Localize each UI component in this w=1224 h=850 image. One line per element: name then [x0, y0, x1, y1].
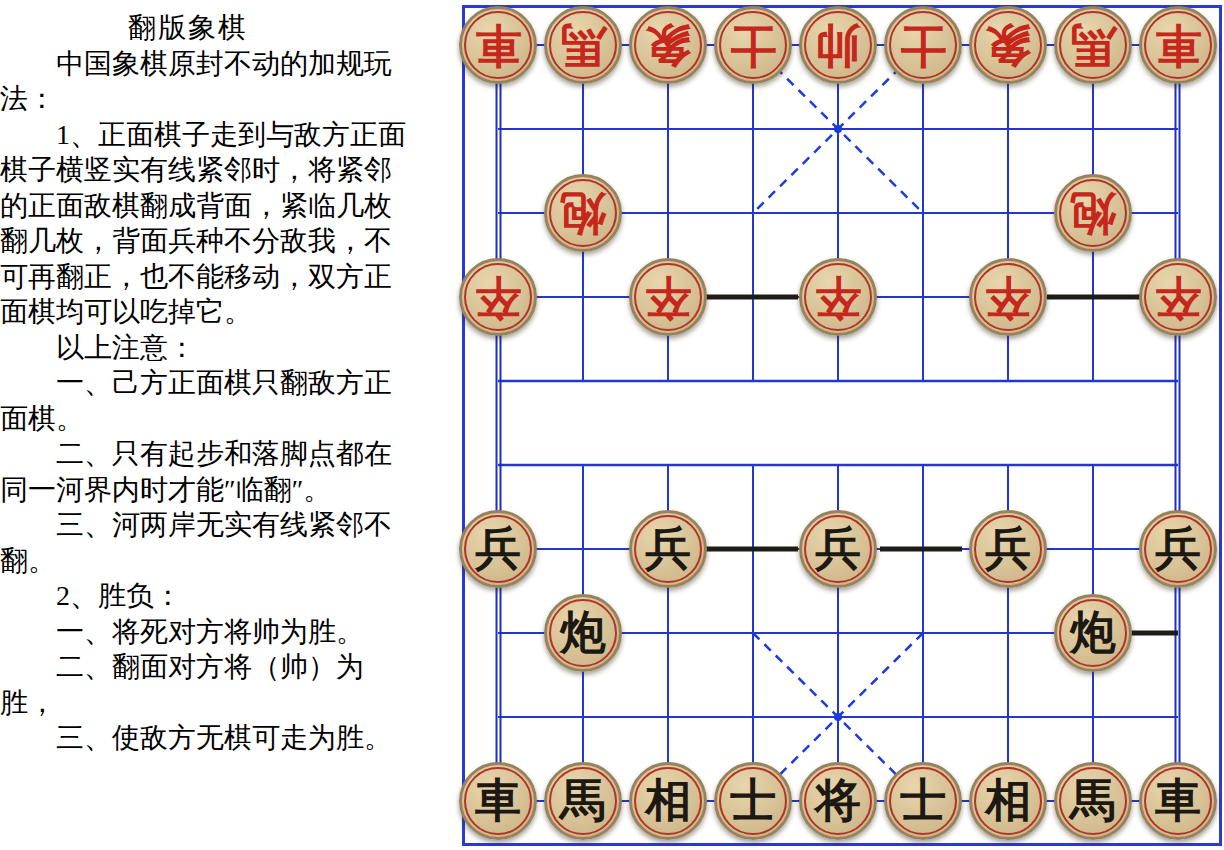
- xiangqi-piece-black[interactable]: 士: [884, 762, 962, 840]
- xiangqi-piece-red[interactable]: 馬: [544, 6, 622, 84]
- piece-glyph: 卒: [1155, 274, 1201, 320]
- piece-glyph: 将: [815, 778, 861, 824]
- xiangqi-piece-black[interactable]: 兵: [969, 510, 1047, 588]
- rule-line: 胜，: [0, 685, 458, 721]
- xiangqi-piece-black[interactable]: 兵: [1139, 510, 1217, 588]
- piece-glyph: 炮: [560, 190, 606, 236]
- rule-line: 翻。: [0, 543, 458, 579]
- xiangqi-piece-red[interactable]: 炮: [1054, 174, 1132, 252]
- xiangqi-piece-red[interactable]: 士: [884, 6, 962, 84]
- rule-line: 同一河界内时才能″临翻″。: [0, 472, 458, 508]
- piece-glyph: 卒: [645, 274, 691, 320]
- piece-glyph: 馬: [1070, 778, 1116, 824]
- piece-glyph: 卒: [815, 274, 861, 320]
- xiangqi-piece-black[interactable]: 炮: [1054, 594, 1132, 672]
- rule-line: 面棋。: [0, 401, 458, 437]
- piece-glyph: 炮: [560, 610, 606, 656]
- rule-line: 中国象棋原封不动的加规玩: [0, 46, 458, 82]
- xiangqi-piece-red[interactable]: 車: [459, 6, 537, 84]
- xiangqi-piece-red[interactable]: 車: [1139, 6, 1217, 84]
- rule-line: 法：: [0, 81, 458, 117]
- rule-line: 以上注意：: [0, 330, 458, 366]
- piece-glyph: 兵: [475, 526, 521, 572]
- rule-line: 三、河两岸无实有线紧邻不: [0, 507, 458, 543]
- xiangqi-piece-red[interactable]: 卒: [799, 258, 877, 336]
- xiangqi-piece-red[interactable]: 象: [969, 6, 1047, 84]
- piece-glyph: 相: [985, 778, 1031, 824]
- xiangqi-piece-red[interactable]: 卒: [1139, 258, 1217, 336]
- xiangqi-piece-black[interactable]: 車: [1139, 762, 1217, 840]
- rule-line: 可再翻正，也不能移动，双方正: [0, 259, 458, 295]
- piece-glyph: 馬: [1070, 22, 1116, 68]
- xiangqi-piece-red[interactable]: 卒: [969, 258, 1047, 336]
- xiangqi-piece-black[interactable]: 馬: [1054, 762, 1132, 840]
- rule-line: 三、使敌方无棋可走为胜。: [0, 720, 458, 756]
- xiangqi-piece-red[interactable]: 象: [629, 6, 707, 84]
- piece-grid: 車馬象士帅士象馬車炮炮卒卒卒卒卒兵兵兵兵兵炮炮車馬相士将士相馬車: [456, 3, 1221, 843]
- piece-glyph: 相: [645, 778, 691, 824]
- rule-line: 翻几枚，背面兵种不分敌我，不: [0, 223, 458, 259]
- xiangqi-piece-red[interactable]: 馬: [1054, 6, 1132, 84]
- piece-glyph: 卒: [985, 274, 1031, 320]
- piece-glyph: 象: [985, 22, 1031, 68]
- piece-glyph: 兵: [645, 526, 691, 572]
- piece-glyph: 車: [475, 778, 521, 824]
- rule-line: 二、翻面对方将（帅）为: [0, 649, 458, 685]
- rule-line: 面棋均可以吃掉它。: [0, 294, 458, 330]
- piece-glyph: 馬: [560, 778, 606, 824]
- xiangqi-piece-black[interactable]: 車: [459, 762, 537, 840]
- piece-glyph: 兵: [1155, 526, 1201, 572]
- piece-glyph: 車: [1155, 778, 1201, 824]
- xiangqi-piece-black[interactable]: 相: [629, 762, 707, 840]
- piece-glyph: 車: [1155, 22, 1201, 68]
- xiangqi-piece-black[interactable]: 相: [969, 762, 1047, 840]
- piece-glyph: 炮: [1070, 190, 1116, 236]
- piece-glyph: 車: [475, 22, 521, 68]
- piece-glyph: 士: [730, 778, 776, 824]
- piece-glyph: 兵: [815, 526, 861, 572]
- article-title: 翻版象棋: [128, 10, 458, 46]
- xiangqi-piece-red[interactable]: 士: [714, 6, 792, 84]
- xiangqi-piece-red[interactable]: 炮: [544, 174, 622, 252]
- xiangqi-piece-black[interactable]: 兵: [799, 510, 877, 588]
- piece-glyph: 象: [645, 22, 691, 68]
- article-lines: 中国象棋原封不动的加规玩法： 1、正面棋子走到与敌方正面棋子横竖实有线紧邻时，将…: [0, 46, 458, 756]
- piece-glyph: 帅: [815, 22, 861, 68]
- xiangqi-piece-black[interactable]: 兵: [459, 510, 537, 588]
- piece-glyph: 士: [900, 778, 946, 824]
- rules-article: 翻版象棋 中国象棋原封不动的加规玩法： 1、正面棋子走到与敌方正面棋子横竖实有线…: [0, 10, 458, 756]
- rule-line: 一、己方正面棋只翻敌方正: [0, 365, 458, 401]
- piece-glyph: 卒: [475, 274, 521, 320]
- rule-line: 2、胜负：: [0, 578, 458, 614]
- xiangqi-piece-black[interactable]: 将: [799, 762, 877, 840]
- rule-line: 一、将死对方将帅为胜。: [0, 614, 458, 650]
- piece-glyph: 兵: [985, 526, 1031, 572]
- xiangqi-piece-black[interactable]: 兵: [629, 510, 707, 588]
- xiangqi-piece-black[interactable]: 士: [714, 762, 792, 840]
- rule-line: 的正面敌棋翻成背面，紧临几枚: [0, 188, 458, 224]
- piece-glyph: 士: [900, 22, 946, 68]
- xiangqi-piece-red[interactable]: 卒: [459, 258, 537, 336]
- rule-line: 棋子横竖实有线紧邻时，将紧邻: [0, 152, 458, 188]
- xiangqi-piece-black[interactable]: 馬: [544, 762, 622, 840]
- xiangqi-piece-black[interactable]: 炮: [544, 594, 622, 672]
- rule-line: 1、正面棋子走到与敌方正面: [0, 117, 458, 153]
- piece-glyph: 馬: [560, 22, 606, 68]
- xiangqi-piece-red[interactable]: 帅: [799, 6, 877, 84]
- xiangqi-piece-red[interactable]: 卒: [629, 258, 707, 336]
- rule-line: 二、只有起步和落脚点都在: [0, 436, 458, 472]
- piece-glyph: 炮: [1070, 610, 1116, 656]
- piece-glyph: 士: [730, 22, 776, 68]
- xiangqi-board: 車馬象士帅士象馬車炮炮卒卒卒卒卒兵兵兵兵兵炮炮車馬相士将士相馬車: [462, 5, 1222, 846]
